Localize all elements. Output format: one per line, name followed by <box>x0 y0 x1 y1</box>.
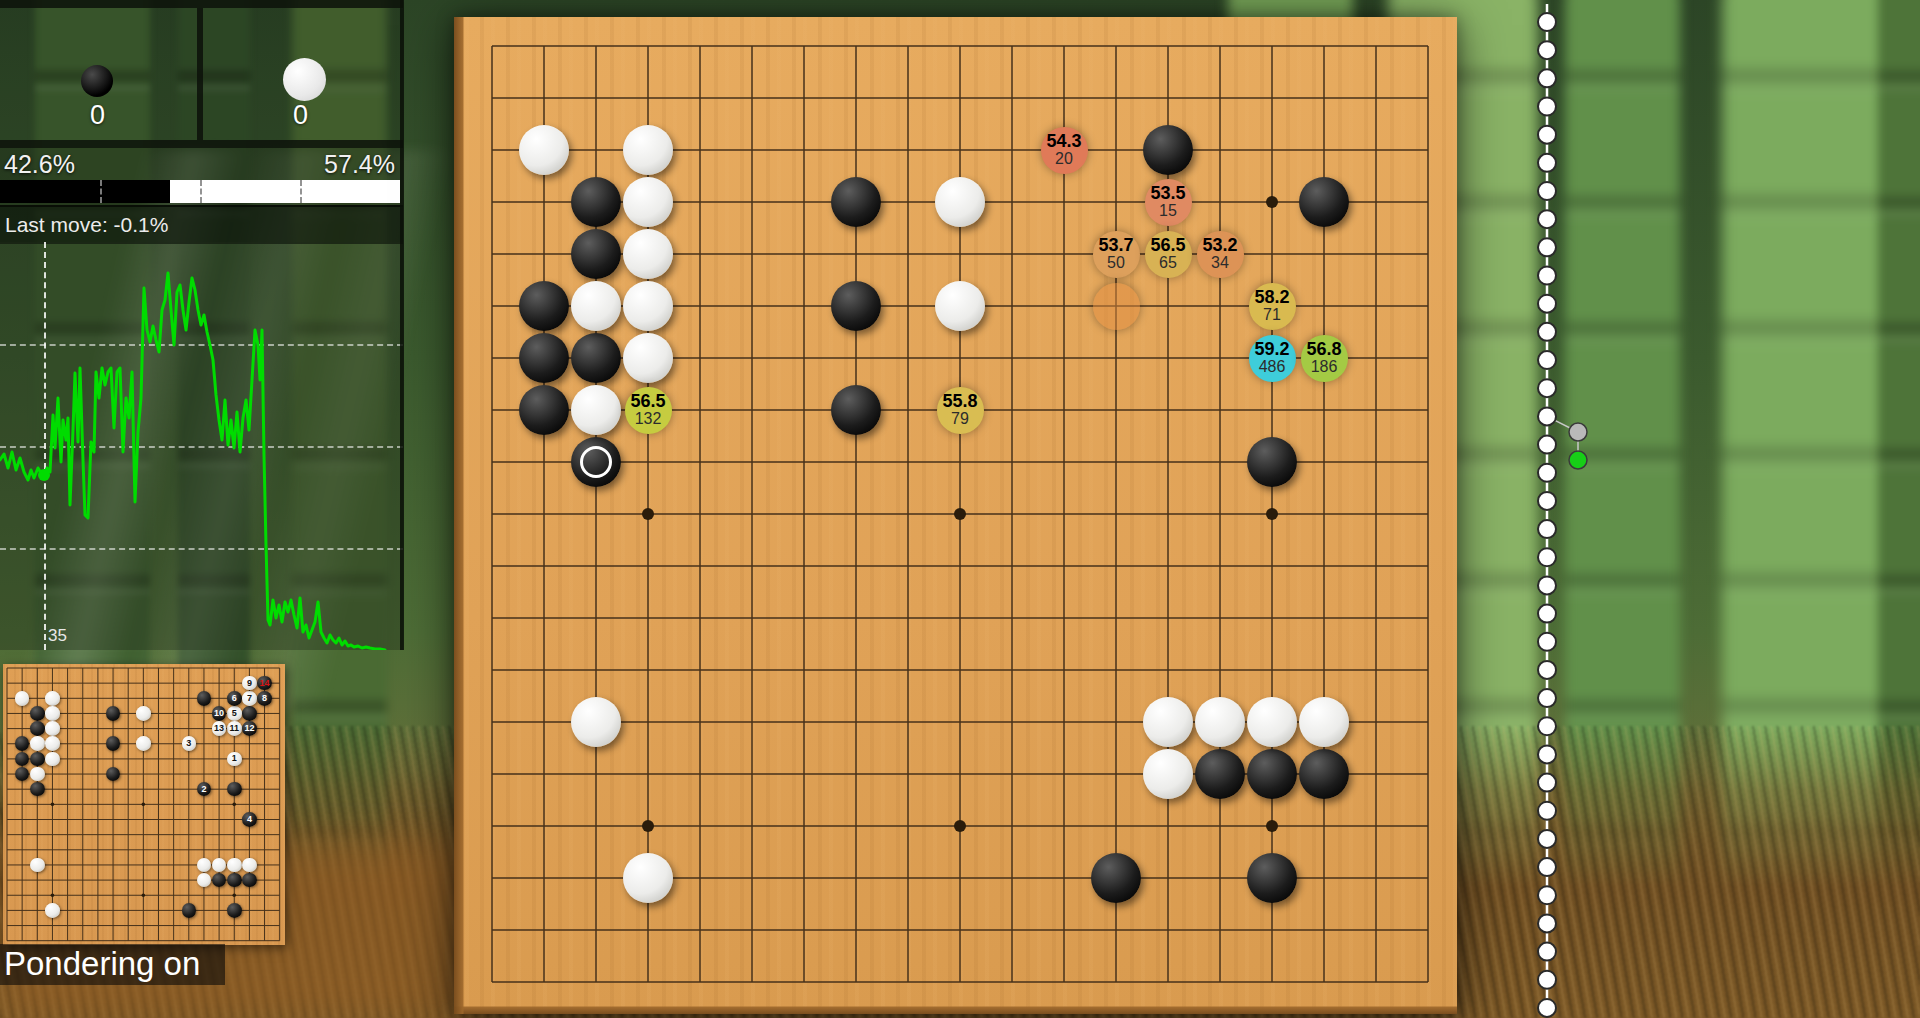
tree-node-move-23[interactable] <box>1538 661 1556 679</box>
candidate-move-O15[interactable]: 56.565 <box>1145 231 1192 278</box>
variation-move-number: 7 <box>242 691 257 706</box>
white-stone-D15 <box>45 721 60 736</box>
candidate-winrate: 58.2 <box>1254 288 1289 307</box>
tree-node-move-26[interactable] <box>1538 745 1556 763</box>
winrate-bar <box>0 180 400 203</box>
winrate-bar-black <box>0 180 170 203</box>
black-stone-H16 <box>106 706 121 721</box>
white-stone-C12 <box>30 767 45 782</box>
black-stone-H14 <box>831 281 881 331</box>
white-stone-R6 <box>242 858 257 873</box>
black-stone-N3 <box>182 903 197 918</box>
candidate-move-K12[interactable]: 55.879 <box>937 387 984 434</box>
candidate-move-Q13[interactable]: 59.2486 <box>1249 335 1296 382</box>
board-grid <box>454 17 1457 1014</box>
black-stone-H12 <box>831 385 881 435</box>
tree-node-move-34[interactable] <box>1538 971 1556 989</box>
black-stone-R5 <box>242 873 257 888</box>
tree-node-move-19[interactable] <box>1538 548 1556 566</box>
white-stone-Q6 <box>227 858 242 873</box>
candidate-winrate: 53.7 <box>1098 236 1133 255</box>
tree-node-move-1[interactable] <box>1538 41 1556 59</box>
candidate-visits: 186 <box>1311 359 1338 376</box>
winrate-section: 42.6% 57.4% <box>0 148 403 205</box>
black-stone-C15 <box>571 229 621 279</box>
tree-node-move-12[interactable] <box>1538 351 1556 369</box>
variation-thumbnail-board: 1234567891011121314 <box>3 664 285 945</box>
tree-node-move-30[interactable] <box>1538 858 1556 876</box>
variation-move-number: 3 <box>182 736 197 751</box>
tree-node-move-9[interactable] <box>1538 267 1556 285</box>
panel-right-border <box>400 0 404 650</box>
white-stone-O5 <box>1143 749 1193 799</box>
tree-node-move-15[interactable] <box>1538 436 1556 454</box>
white-stone-C6 <box>30 858 45 873</box>
black-stone-C13 <box>30 752 45 767</box>
tree-node-move-5[interactable] <box>1538 154 1556 172</box>
candidate-winrate: 53.2 <box>1202 236 1237 255</box>
black-stone-H16 <box>831 177 881 227</box>
tree-node-move-28[interactable] <box>1538 802 1556 820</box>
candidate-winrate: 56.5 <box>630 392 665 411</box>
white-stone-C6 <box>571 697 621 747</box>
white-stone-D14 <box>45 736 60 751</box>
candidate-winrate: 56.8 <box>1306 340 1341 359</box>
white-stone-D3 <box>45 903 60 918</box>
white-stone-C14 <box>30 736 45 751</box>
white-stone-D17 <box>623 125 673 175</box>
candidate-winrate: 59.2 <box>1254 340 1289 359</box>
variation-move-number: 9 <box>242 676 257 691</box>
variation-move-number: 2 <box>197 782 212 797</box>
black-stone-O17 <box>1143 125 1193 175</box>
black-stone-C11 <box>30 782 45 797</box>
main-go-board[interactable]: 54.32053.51553.75056.56553.23458.27159.2… <box>454 17 1457 1014</box>
black-stone-Q5 <box>1247 749 1297 799</box>
variation-move-number: 6 <box>227 691 242 706</box>
panel-top-border <box>0 0 403 8</box>
candidate-move-D12[interactable]: 56.5132 <box>625 387 672 434</box>
candidate-winrate: 56.5 <box>1150 236 1185 255</box>
tree-node-move-20[interactable] <box>1538 576 1556 594</box>
white-stone-D17 <box>45 691 60 706</box>
black-stone-P5 <box>1195 749 1245 799</box>
variation-move-number: 8 <box>257 691 272 706</box>
white-stone-K16 <box>136 706 151 721</box>
tree-node-move-29[interactable] <box>1538 830 1556 848</box>
black-stone-B12 <box>519 385 569 435</box>
candidate-visits: 79 <box>951 411 969 428</box>
candidate-winrate: 55.8 <box>942 392 977 411</box>
variation-move-number: 11 <box>227 721 242 736</box>
candidate-visits: 50 <box>1107 255 1125 272</box>
move-tree[interactable] <box>1505 0 1625 1018</box>
white-stone-D14 <box>623 281 673 331</box>
variation-move-number: 1 <box>227 752 242 767</box>
tree-node-move-11[interactable] <box>1538 323 1556 341</box>
white-stone-D16 <box>623 177 673 227</box>
white-stone-P6 <box>1195 697 1245 747</box>
tree-node-move-32[interactable] <box>1538 914 1556 932</box>
black-stone-C13 <box>571 333 621 383</box>
black-stone-Q3 <box>227 903 242 918</box>
black-stone-R5 <box>1299 749 1349 799</box>
variation-move-number: 13 <box>212 721 227 736</box>
white-stone-C12 <box>571 385 621 435</box>
white-stone-B17 <box>15 691 30 706</box>
tree-node-move-35[interactable] <box>1538 999 1556 1017</box>
tree-node-move-16[interactable] <box>1538 464 1556 482</box>
black-stone-C16 <box>30 706 45 721</box>
current-position-node[interactable] <box>1569 451 1587 469</box>
tree-node-move-13[interactable] <box>1538 379 1556 397</box>
white-stone-B17 <box>519 125 569 175</box>
tree-node-move-18[interactable] <box>1538 520 1556 538</box>
tree-node-move-21[interactable] <box>1538 605 1556 623</box>
winrate-graph[interactable]: 35 <box>0 242 403 650</box>
white-stone-D13 <box>45 752 60 767</box>
black-winrate-label: 42.6% <box>4 150 75 179</box>
winrate-curve <box>0 242 403 650</box>
tree-node-move-8[interactable] <box>1538 238 1556 256</box>
last-move-label: Last move: -0.1% <box>5 213 168 237</box>
variation-move-number: 14 <box>257 676 272 691</box>
variation-move-number: 5 <box>227 706 242 721</box>
captures-panel: 0 0 <box>0 8 403 140</box>
tree-node-move-6[interactable] <box>1538 182 1556 200</box>
tree-node-move-10[interactable] <box>1538 295 1556 313</box>
tree-node-move-27[interactable] <box>1538 774 1556 792</box>
tree-node-move-24[interactable] <box>1538 689 1556 707</box>
black-stone-R16 <box>1299 177 1349 227</box>
white-stone-D15 <box>623 229 673 279</box>
candidate-visits: 486 <box>1259 359 1286 376</box>
variation-move-number: 12 <box>242 721 257 736</box>
white-captures: 0 <box>203 8 403 140</box>
white-stone-K16 <box>935 177 985 227</box>
white-stone-R6 <box>1299 697 1349 747</box>
tree-node-move-22[interactable] <box>1538 633 1556 651</box>
white-stone-D13 <box>623 333 673 383</box>
candidate-move-Q14[interactable]: 58.271 <box>1249 283 1296 330</box>
candidate-visits: 132 <box>635 411 662 428</box>
tree-node-move-33[interactable] <box>1538 943 1556 961</box>
candidate-move-R13[interactable]: 56.8186 <box>1301 335 1348 382</box>
black-stone-Q11 <box>227 782 242 797</box>
candidate-move-O16[interactable]: 53.515 <box>1145 179 1192 226</box>
black-captures: 0 <box>0 8 197 140</box>
black-stone-Q5 <box>227 873 242 888</box>
white-stone-C14 <box>571 281 621 331</box>
white-stone-Q6 <box>1247 697 1297 747</box>
candidate-visits: 20 <box>1055 151 1073 168</box>
tree-node-move-25[interactable] <box>1538 717 1556 735</box>
black-stone-B13 <box>519 333 569 383</box>
black-stone-Q11 <box>1247 437 1297 487</box>
white-stone-K14 <box>935 281 985 331</box>
candidate-move-P15[interactable]: 53.234 <box>1197 231 1244 278</box>
white-stone-O6 <box>1143 697 1193 747</box>
candidate-move-M17[interactable]: 54.320 <box>1041 127 1088 174</box>
candidate-visits: 15 <box>1159 203 1177 220</box>
tree-node-move-7[interactable] <box>1538 210 1556 228</box>
black-stone-C16 <box>571 177 621 227</box>
tree-node-move-2[interactable] <box>1538 69 1556 87</box>
variation-ghost-N14[interactable] <box>1093 283 1140 330</box>
last-move-bar: Last move: -0.1% <box>0 205 403 244</box>
black-stone-O17 <box>197 691 212 706</box>
white-stone-D16 <box>45 706 60 721</box>
white-capture-count: 0 <box>203 100 398 131</box>
candidate-visits: 65 <box>1159 255 1177 272</box>
black-stone-R16 <box>242 706 257 721</box>
tree-node-move-31[interactable] <box>1538 886 1556 904</box>
winrate-tick-25 <box>100 180 102 203</box>
candidate-visits: 71 <box>1263 307 1281 324</box>
status-bar: Pondering on <box>0 944 225 985</box>
current-move-number: 35 <box>48 626 67 646</box>
variation-move-number: 4 <box>242 812 257 827</box>
black-capture-count: 0 <box>0 100 195 131</box>
winrate-tick-50 <box>200 180 202 203</box>
black-stone-C15 <box>30 721 45 736</box>
last-move-marker <box>580 446 612 478</box>
black-stone-N3 <box>1091 853 1141 903</box>
candidate-winrate: 54.3 <box>1046 132 1081 151</box>
white-stone-D3 <box>623 853 673 903</box>
pondering-status-label: Pondering on <box>4 945 200 983</box>
candidate-winrate: 53.5 <box>1150 184 1185 203</box>
variation-move-number: 10 <box>212 706 227 721</box>
white-stone-K14 <box>136 736 151 751</box>
panel-divider <box>0 140 403 148</box>
tree-node-move-17[interactable] <box>1538 492 1556 510</box>
white-winrate-label: 57.4% <box>324 150 395 179</box>
tree-node-move-14[interactable] <box>1538 407 1556 425</box>
candidate-move-N15[interactable]: 53.750 <box>1093 231 1140 278</box>
candidate-visits: 34 <box>1211 255 1229 272</box>
tree-node-move-0[interactable] <box>1538 13 1556 31</box>
black-stone-icon <box>81 65 113 97</box>
tree-node-move-3[interactable] <box>1538 98 1556 116</box>
winrate-tick-75 <box>300 180 302 203</box>
black-stone-Q3 <box>1247 853 1297 903</box>
tree-node-move-4[interactable] <box>1538 126 1556 144</box>
variation-node[interactable] <box>1569 423 1587 441</box>
black-stone-B14 <box>519 281 569 331</box>
white-stone-icon <box>283 58 326 101</box>
